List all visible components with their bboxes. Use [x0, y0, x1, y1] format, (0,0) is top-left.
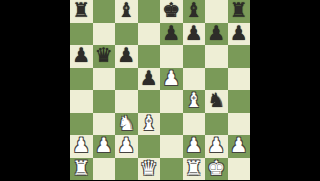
square-c8[interactable]: ♝	[115, 0, 138, 23]
black-pawn-piece: ♟	[185, 23, 203, 43]
square-d7[interactable]	[138, 23, 161, 46]
square-b4[interactable]	[93, 90, 116, 113]
square-b5[interactable]	[93, 68, 116, 91]
square-h2[interactable]: ♟	[228, 135, 251, 158]
white-pawn-piece: ♟	[72, 135, 90, 155]
square-d6[interactable]	[138, 45, 161, 68]
black-pawn-piece: ♟	[230, 23, 248, 43]
white-pawn-piece: ♟	[230, 135, 248, 155]
square-b3[interactable]	[93, 113, 116, 136]
white-rook-piece: ♜	[72, 158, 90, 178]
white-pawn-piece: ♟	[117, 135, 135, 155]
square-g5[interactable]	[205, 68, 228, 91]
black-pawn-piece: ♟	[162, 23, 180, 43]
square-h5[interactable]	[228, 68, 251, 91]
square-g6[interactable]	[205, 45, 228, 68]
square-c2[interactable]: ♟	[115, 135, 138, 158]
black-king-piece: ♚	[162, 0, 180, 20]
square-a8[interactable]: ♜	[70, 0, 93, 23]
square-a7[interactable]	[70, 23, 93, 46]
square-g8[interactable]	[205, 0, 228, 23]
white-queen-piece: ♛	[140, 158, 158, 178]
square-g7[interactable]: ♟	[205, 23, 228, 46]
square-h3[interactable]	[228, 113, 251, 136]
square-b2[interactable]: ♟	[93, 135, 116, 158]
square-e4[interactable]	[160, 90, 183, 113]
square-d2[interactable]	[138, 135, 161, 158]
square-a2[interactable]: ♟	[70, 135, 93, 158]
square-e6[interactable]	[160, 45, 183, 68]
white-bishop-piece: ♝	[185, 90, 203, 110]
square-b8[interactable]	[93, 0, 116, 23]
black-pawn-piece: ♟	[207, 23, 225, 43]
square-a3[interactable]	[70, 113, 93, 136]
black-bishop-piece: ♝	[185, 0, 203, 20]
square-f3[interactable]	[183, 113, 206, 136]
square-h4[interactable]	[228, 90, 251, 113]
square-e8[interactable]: ♚	[160, 0, 183, 23]
square-f5[interactable]	[183, 68, 206, 91]
black-bishop-piece: ♝	[117, 0, 135, 20]
square-c6[interactable]: ♟	[115, 45, 138, 68]
square-f1[interactable]: ♜	[183, 158, 206, 181]
black-knight-piece: ♞	[207, 90, 225, 110]
square-e2[interactable]	[160, 135, 183, 158]
white-pawn-piece: ♟	[185, 135, 203, 155]
square-h1[interactable]	[228, 158, 251, 181]
square-g2[interactable]: ♟	[205, 135, 228, 158]
square-g1[interactable]: ♚	[205, 158, 228, 181]
app-screen: ♜♝♚♝♜♟♟♟♟♟♛♟♟♟♝♞♞♝♟♟♟♟♟♟♜♛♜♚	[0, 0, 320, 180]
black-pawn-piece: ♟	[72, 45, 90, 65]
square-d8[interactable]	[138, 0, 161, 23]
square-a5[interactable]	[70, 68, 93, 91]
square-g3[interactable]	[205, 113, 228, 136]
white-pawn-piece: ♟	[95, 135, 113, 155]
white-pawn-piece: ♟	[162, 68, 180, 88]
square-c4[interactable]	[115, 90, 138, 113]
square-d1[interactable]: ♛	[138, 158, 161, 181]
square-d5[interactable]: ♟	[138, 68, 161, 91]
white-rook-piece: ♜	[185, 158, 203, 178]
chess-board: ♜♝♚♝♜♟♟♟♟♟♛♟♟♟♝♞♞♝♟♟♟♟♟♟♜♛♜♚	[70, 0, 250, 180]
square-f4[interactable]: ♝	[183, 90, 206, 113]
square-b7[interactable]	[93, 23, 116, 46]
square-f2[interactable]: ♟	[183, 135, 206, 158]
black-pawn-piece: ♟	[117, 45, 135, 65]
square-c7[interactable]	[115, 23, 138, 46]
black-queen-piece: ♛	[95, 45, 113, 65]
black-rook-piece: ♜	[72, 0, 90, 20]
white-knight-piece: ♞	[117, 113, 135, 133]
square-c1[interactable]	[115, 158, 138, 181]
square-g4[interactable]: ♞	[205, 90, 228, 113]
black-rook-piece: ♜	[230, 0, 248, 20]
black-pawn-piece: ♟	[140, 68, 158, 88]
white-bishop-piece: ♝	[140, 113, 158, 133]
square-f8[interactable]: ♝	[183, 0, 206, 23]
square-e7[interactable]: ♟	[160, 23, 183, 46]
square-e3[interactable]	[160, 113, 183, 136]
square-h8[interactable]: ♜	[228, 0, 251, 23]
square-a6[interactable]: ♟	[70, 45, 93, 68]
square-f7[interactable]: ♟	[183, 23, 206, 46]
square-e5[interactable]: ♟	[160, 68, 183, 91]
white-pawn-piece: ♟	[207, 135, 225, 155]
square-d3[interactable]: ♝	[138, 113, 161, 136]
square-c3[interactable]: ♞	[115, 113, 138, 136]
letterbox-right	[250, 0, 320, 180]
white-king-piece: ♚	[207, 158, 225, 178]
letterbox-left	[0, 0, 70, 180]
square-a4[interactable]	[70, 90, 93, 113]
square-h7[interactable]: ♟	[228, 23, 251, 46]
square-d4[interactable]	[138, 90, 161, 113]
square-h6[interactable]	[228, 45, 251, 68]
square-b6[interactable]: ♛	[93, 45, 116, 68]
square-f6[interactable]	[183, 45, 206, 68]
square-c5[interactable]	[115, 68, 138, 91]
square-a1[interactable]: ♜	[70, 158, 93, 181]
square-e1[interactable]	[160, 158, 183, 181]
square-b1[interactable]	[93, 158, 116, 181]
